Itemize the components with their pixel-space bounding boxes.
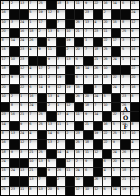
letter-cell-r11c9[interactable]: 26 — [75, 94, 83, 102]
letter-cell-r20c12[interactable]: 3 — [103, 177, 111, 185]
letter-cell-r16c10[interactable]: 18 — [84, 140, 92, 148]
letter-cell-r6c14[interactable]: 5 — [121, 47, 129, 55]
letter-cell-r3c9[interactable]: 26 — [75, 20, 83, 28]
letter-cell-r19c1[interactable]: 15 — [1, 168, 9, 176]
letter-cell-r14c3[interactable]: 9 — [20, 122, 28, 130]
letter-cell-r13c2[interactable]: 16 — [10, 112, 18, 120]
cell-clue-number: 4 — [2, 1, 4, 5]
letter-cell-r10c15[interactable]: 16 — [131, 85, 139, 93]
letter-cell-r17c2[interactable]: 9 — [10, 150, 18, 158]
letter-cell-r2c1[interactable]: 16 — [1, 10, 9, 18]
letter-cell-r1c9[interactable]: 11 — [75, 1, 83, 9]
letter-cell-r11c15[interactable]: 6 — [131, 94, 139, 102]
given-letter: O — [121, 115, 129, 121]
letter-cell-r9c2[interactable]: 9 — [10, 75, 18, 83]
letter-cell-r5c6[interactable]: 6 — [47, 38, 55, 46]
letter-cell-r3c12[interactable]: 20 — [103, 20, 111, 28]
cell-clue-number: 15 — [113, 20, 117, 24]
letter-cell-r8c4[interactable]: 4 — [29, 66, 37, 74]
letter-cell-r5c15[interactable]: 12 — [131, 38, 139, 46]
letter-cell-r9c3[interactable]: 25 — [20, 75, 28, 83]
letter-cell-r10c4[interactable]: 6 — [29, 85, 37, 93]
letter-cell-r17c5[interactable]: 25 — [38, 150, 46, 158]
letter-cell-r10c7[interactable]: 12 — [57, 85, 65, 93]
letter-cell-r3c4[interactable]: 1 — [29, 20, 37, 28]
letter-cell-r3c7[interactable]: 7 — [57, 20, 65, 28]
letter-cell-r18c8[interactable]: 12 — [66, 159, 74, 167]
letter-cell-r15c13[interactable]: 25 — [112, 131, 120, 139]
letter-cell-r6c12[interactable]: 25 — [103, 47, 111, 55]
letter-cell-r9c11[interactable]: 23 — [94, 75, 102, 83]
letter-cell-r11c7[interactable]: 4 — [57, 94, 65, 102]
cell-clue-number: 26 — [76, 20, 80, 24]
letter-cell-r9c15[interactable]: 20 — [131, 75, 139, 83]
letter-cell-r4c14[interactable]: 25 — [121, 29, 129, 37]
letter-cell-r14c8[interactable]: 1 — [66, 122, 74, 130]
letter-cell-r16c13[interactable]: 9 — [112, 140, 120, 148]
letter-cell-r20c14[interactable]: 21 — [121, 177, 129, 185]
letter-cell-r5c2[interactable]: 14 — [10, 38, 18, 46]
letter-cell-r18c4[interactable]: 10 — [29, 159, 37, 167]
letter-cell-r13c1[interactable]: 23 — [1, 112, 9, 120]
letter-cell-r19c13[interactable]: 1 — [112, 168, 120, 176]
letter-cell-r18c15[interactable]: 16 — [131, 159, 139, 167]
letter-cell-r5c10[interactable]: 1 — [84, 38, 92, 46]
cell-clue-number: 18 — [2, 177, 6, 181]
letter-cell-r14c14[interactable]: 19F — [121, 122, 129, 130]
letter-cell-r11c2[interactable]: 2 — [10, 94, 18, 102]
cell-clue-number: 6 — [103, 187, 105, 191]
letter-cell-r9c12[interactable]: 13 — [103, 75, 111, 83]
letter-cell-r13c10[interactable]: 9 — [84, 112, 92, 120]
letter-cell-r2c7[interactable]: 8 — [57, 10, 65, 18]
letter-cell-r10c11[interactable]: 3 — [94, 85, 102, 93]
letter-cell-r11c1[interactable]: 10 — [1, 94, 9, 102]
letter-cell-r8c12[interactable]: 10 — [103, 66, 111, 74]
letter-cell-r14c7[interactable]: 11 — [57, 122, 65, 130]
letter-cell-r1c1[interactable]: 4 — [1, 1, 9, 9]
letter-cell-r5c4[interactable]: 26 — [29, 38, 37, 46]
letter-cell-r21c9[interactable]: 17 — [75, 187, 83, 195]
cell-clue-number: 26 — [122, 150, 126, 154]
letter-cell-r18c5[interactable]: 13 — [38, 159, 46, 167]
letter-cell-r15c3[interactable]: 24 — [20, 131, 28, 139]
letter-cell-r1c12[interactable]: 16 — [103, 1, 111, 9]
letter-cell-r14c12[interactable]: 16 — [103, 122, 111, 130]
letter-cell-r1c11[interactable]: 22 — [94, 1, 102, 9]
letter-cell-r15c9[interactable]: 23 — [75, 131, 83, 139]
letter-cell-r8c9[interactable]: 16 — [75, 66, 83, 74]
letter-cell-r17c10[interactable]: 11 — [84, 150, 92, 158]
letter-cell-r3c10[interactable]: 13 — [84, 20, 92, 28]
letter-cell-r9c10[interactable]: 5 — [84, 75, 92, 83]
letter-cell-r10c9[interactable]: 15 — [75, 85, 83, 93]
letter-cell-r16c15[interactable]: 4 — [131, 140, 139, 148]
letter-cell-r12c10[interactable]: 18 — [84, 103, 92, 111]
letter-cell-r12c2[interactable]: 8 — [10, 103, 18, 111]
letter-cell-r13c4[interactable]: 7 — [29, 112, 37, 120]
letter-cell-r7c13[interactable]: 24 — [112, 57, 120, 65]
letter-cell-r17c9[interactable]: 15 — [75, 150, 83, 158]
letter-cell-r15c12[interactable]: 22 — [103, 131, 111, 139]
letter-cell-r10c14[interactable]: 2 — [121, 85, 129, 93]
letter-cell-r16c6[interactable]: 13 — [47, 140, 55, 148]
letter-cell-r8c1[interactable]: 18 — [1, 66, 9, 74]
letter-cell-r21c10[interactable]: 10 — [84, 187, 92, 195]
cell-clue-number: 21 — [29, 168, 33, 172]
letter-cell-r17c11[interactable]: 12 — [94, 150, 102, 158]
cell-clue-number: 21 — [85, 122, 89, 126]
letter-cell-r20c15[interactable]: 12 — [131, 177, 139, 185]
letter-cell-r19c4[interactable]: 21 — [29, 168, 37, 176]
letter-cell-r17c3[interactable]: 3 — [20, 150, 28, 158]
cell-clue-number: 19 — [39, 10, 43, 14]
letter-cell-r3c15[interactable]: 12 — [131, 20, 139, 28]
cell-clue-number: 26 — [76, 94, 80, 98]
letter-cell-r21c14[interactable]: 19 — [121, 187, 129, 195]
letter-cell-r7c6[interactable]: 9 — [47, 57, 55, 65]
letter-cell-r14c4[interactable]: 6 — [29, 122, 37, 130]
letter-cell-r15c2[interactable]: 13 — [10, 131, 18, 139]
letter-cell-r4c10[interactable]: 7 — [84, 29, 92, 37]
letter-cell-r10c8[interactable]: 19 — [66, 85, 74, 93]
black-cell — [66, 75, 74, 83]
letter-cell-r1c13[interactable]: 14 — [112, 1, 120, 9]
letter-cell-r17c7[interactable]: 14 — [57, 150, 65, 158]
letter-cell-r20c1[interactable]: 18 — [1, 177, 9, 185]
letter-cell-r10c3[interactable]: 22 — [20, 85, 28, 93]
letter-cell-r1c3[interactable]: 13 — [20, 1, 28, 9]
letter-cell-r12c8[interactable]: 12 — [66, 103, 74, 111]
letter-cell-r4c7[interactable]: 5 — [57, 29, 65, 37]
letter-cell-r1c4[interactable]: 7 — [29, 1, 37, 9]
letter-cell-r6c15[interactable]: 16 — [131, 47, 139, 55]
cell-clue-number: 5 — [20, 103, 22, 107]
letter-cell-r15c6[interactable]: 14 — [47, 131, 55, 139]
cell-clue-number: 9 — [20, 122, 22, 126]
letter-cell-r15c7[interactable]: 6 — [57, 131, 65, 139]
letter-cell-r3c2[interactable]: 3 — [10, 20, 18, 28]
letter-cell-r6c9[interactable]: 20 — [75, 47, 83, 55]
black-cell — [57, 38, 65, 46]
letter-cell-r13c3[interactable]: 21 — [20, 112, 28, 120]
letter-cell-r1c2[interactable]: 2 — [10, 1, 18, 9]
black-cell — [112, 10, 120, 18]
letter-cell-r16c12[interactable]: 22 — [103, 140, 111, 148]
letter-cell-r15c15[interactable]: 10 — [131, 131, 139, 139]
letter-cell-r16c3[interactable]: 12 — [20, 140, 28, 148]
black-cell — [121, 140, 129, 148]
letter-cell-r6c11[interactable]: 18 — [94, 47, 102, 55]
letter-cell-r5c3[interactable]: 24 — [20, 38, 28, 46]
black-cell — [38, 140, 46, 148]
letter-cell-r14c10[interactable]: 21 — [84, 122, 92, 130]
cell-clue-number: 10 — [131, 131, 135, 135]
letter-cell-r21c13[interactable]: 14 — [112, 187, 120, 195]
letter-cell-r21c2[interactable]: 23 — [10, 187, 18, 195]
letter-cell-r4c4[interactable]: 18 — [29, 29, 37, 37]
letter-cell-r7c12[interactable]: 26 — [103, 57, 111, 65]
cell-clue-number: 2 — [39, 29, 41, 33]
letter-cell-r19c3[interactable]: 13 — [20, 168, 28, 176]
letter-cell-r13c11[interactable]: 14 — [94, 112, 102, 120]
letter-cell-r15c4[interactable]: 4 — [29, 131, 37, 139]
letter-cell-r17c1[interactable]: 18 — [1, 150, 9, 158]
letter-cell-r16c9[interactable]: 25 — [75, 140, 83, 148]
letter-cell-r5c1[interactable]: 8 — [1, 38, 9, 46]
cell-clue-number: 7 — [57, 57, 59, 61]
letter-cell-r10c6[interactable]: 9 — [47, 85, 55, 93]
cell-clue-number: 9 — [48, 85, 50, 89]
letter-cell-r4c15[interactable]: 9 — [131, 29, 139, 37]
letter-cell-r21c6[interactable]: 20 — [47, 187, 55, 195]
letter-cell-r12c11[interactable]: 7 — [94, 103, 102, 111]
letter-cell-r17c4[interactable]: 21 — [29, 150, 37, 158]
cell-clue-number: 23 — [76, 131, 80, 135]
letter-cell-r1c7[interactable]: 18 — [57, 1, 65, 9]
cell-clue-number: 8 — [122, 20, 124, 24]
letter-cell-r15c14[interactable]: 17 — [121, 131, 129, 139]
letter-cell-r20c7[interactable]: 2 — [57, 177, 65, 185]
letter-cell-r6c8[interactable]: 2 — [66, 47, 74, 55]
letter-cell-r14c13[interactable]: 5 — [112, 122, 120, 130]
letter-cell-r11c3[interactable]: 1 — [20, 94, 28, 102]
letter-cell-r9c5[interactable]: 11 — [38, 75, 46, 83]
letter-cell-r6c10[interactable]: 7 — [84, 47, 92, 55]
letter-cell-r4c12[interactable]: 11 — [103, 29, 111, 37]
letter-cell-r6c3[interactable]: 23 — [20, 47, 28, 55]
letter-cell-r18c13[interactable]: 20 — [112, 159, 120, 167]
letter-cell-r2c4[interactable]: 5 — [29, 10, 37, 18]
letter-cell-r17c14[interactable]: 26 — [121, 150, 129, 158]
letter-cell-r14c15[interactable]: 8 — [131, 122, 139, 130]
letter-cell-r5c14[interactable]: 3 — [121, 38, 129, 46]
letter-cell-r4c9[interactable]: 21 — [75, 29, 83, 37]
letter-cell-r17c8[interactable]: 4 — [66, 150, 74, 158]
letter-cell-r11c11[interactable]: 24 — [94, 94, 102, 102]
letter-cell-r9c7[interactable]: 19 — [57, 75, 65, 83]
letter-cell-r17c15[interactable]: 7 — [131, 150, 139, 158]
letter-cell-r9c6[interactable]: 2 — [47, 75, 55, 83]
cell-clue-number: 4 — [29, 47, 31, 51]
letter-cell-r7c1[interactable]: 17 — [1, 57, 9, 65]
letter-cell-r5c13[interactable]: 17 — [112, 38, 120, 46]
letter-cell-r18c1[interactable]: 24 — [1, 159, 9, 167]
letter-cell-r6c1[interactable]: 15 — [1, 47, 9, 55]
letter-cell-r12c3[interactable]: 5 — [20, 103, 28, 111]
letter-cell-r21c1[interactable]: 25 — [1, 187, 9, 195]
cell-clue-number: 23 — [20, 47, 24, 51]
letter-cell-r1c14[interactable]: 6 — [121, 1, 129, 9]
letter-cell-r21c11[interactable]: 12 — [94, 187, 102, 195]
letter-cell-r8c7[interactable]: 8 — [57, 66, 65, 74]
letter-cell-r9c4[interactable]: 3 — [29, 75, 37, 83]
letter-cell-r10c13[interactable]: 24 — [112, 85, 120, 93]
letter-cell-r21c12[interactable]: 6 — [103, 187, 111, 195]
letter-cell-r13c7[interactable]: 17 — [57, 112, 65, 120]
letter-cell-r11c10[interactable]: 20 — [84, 94, 92, 102]
cell-clue-number: 2 — [131, 187, 133, 191]
letter-cell-r8c11[interactable]: 26 — [94, 66, 102, 74]
letter-cell-r12c12[interactable]: 10 — [103, 103, 111, 111]
letter-cell-r21c4[interactable]: 8 — [29, 187, 37, 195]
cell-clue-number: 11 — [85, 150, 89, 154]
letter-cell-r13c5[interactable]: 25 — [38, 112, 46, 120]
letter-cell-r19c7[interactable]: 26 — [57, 168, 65, 176]
letter-cell-r21c15[interactable]: 2 — [131, 187, 139, 195]
letter-cell-r13c8[interactable]: 4 — [66, 112, 74, 120]
letter-cell-r7c7[interactable]: 7 — [57, 57, 65, 65]
black-cell — [47, 1, 55, 9]
letter-cell-r11c12[interactable]: 5 — [103, 94, 111, 102]
letter-cell-r11c6[interactable]: 13 — [47, 94, 55, 102]
letter-cell-r5c8[interactable]: 19 — [66, 38, 74, 46]
letter-cell-r19c14[interactable]: 18 — [121, 168, 129, 176]
cell-clue-number: 20 — [2, 29, 6, 33]
letter-cell-r2c12[interactable]: 2 — [103, 10, 111, 18]
letter-cell-r13c14[interactable]: 3O — [121, 112, 129, 120]
cell-clue-number: 22 — [20, 85, 24, 89]
letter-cell-r2c15[interactable]: 24 — [131, 10, 139, 18]
letter-cell-r13c13[interactable]: 22 — [112, 112, 120, 120]
letter-cell-r21c3[interactable]: 11 — [20, 187, 28, 195]
letter-cell-r7c8[interactable]: 13 — [66, 57, 74, 65]
letter-cell-r9c13[interactable]: 22 — [112, 75, 120, 83]
letter-cell-r1c5[interactable]: 25 — [38, 1, 46, 9]
letter-cell-r8c6[interactable]: 2 — [47, 66, 55, 74]
letter-cell-r12c4[interactable]: 24 — [29, 103, 37, 111]
cell-clue-number: 13 — [48, 122, 52, 126]
letter-cell-r20c4[interactable]: 13 — [29, 177, 37, 185]
letter-cell-r7c11[interactable]: 21 — [94, 57, 102, 65]
letter-cell-r9c14[interactable]: 7 — [121, 75, 129, 83]
cell-clue-number: 25 — [76, 140, 80, 144]
letter-cell-r6c6[interactable]: 11 — [47, 47, 55, 55]
letter-cell-r19c8[interactable]: 11 — [66, 168, 74, 176]
letter-cell-r3c13[interactable]: 15 — [112, 20, 120, 28]
letter-cell-r19c10[interactable]: 6 — [84, 168, 92, 176]
letter-cell-r8c5[interactable]: 17 — [38, 66, 46, 74]
letter-cell-r15c11[interactable]: 19 — [94, 131, 102, 139]
cell-clue-number: 1 — [113, 168, 115, 172]
letter-cell-r7c14[interactable]: 1 — [121, 57, 129, 65]
letter-cell-r8c10[interactable]: 14 — [84, 66, 92, 74]
letter-cell-r4c3[interactable]: 16 — [20, 29, 28, 37]
letter-cell-r18c6[interactable]: 5 — [47, 159, 55, 167]
letter-cell-r20c11[interactable]: 26 — [94, 177, 102, 185]
letter-cell-r15c1[interactable]: 8 — [1, 131, 9, 139]
letter-cell-r6c4[interactable]: 4 — [29, 47, 37, 55]
letter-cell-r19c15[interactable]: 2 — [131, 168, 139, 176]
cell-clue-number: 11 — [76, 1, 80, 5]
cell-clue-number: 7 — [131, 150, 133, 154]
cell-clue-number: 8 — [29, 187, 31, 191]
cell-clue-number: 10 — [29, 159, 33, 163]
letter-cell-r18c14[interactable]: 4 — [121, 159, 129, 167]
cell-clue-number: 16 — [11, 112, 15, 116]
black-cell — [10, 10, 18, 18]
letter-cell-r16c1[interactable]: 16 — [1, 140, 9, 148]
letter-cell-r21c7[interactable]: 5 — [57, 187, 65, 195]
letter-cell-r3c3[interactable]: 24 — [20, 20, 28, 28]
letter-cell-r9c1[interactable]: 17 — [1, 75, 9, 83]
letter-cell-r11c4[interactable]: 16 — [29, 94, 37, 102]
letter-cell-r8c3[interactable]: 12 — [20, 66, 28, 74]
letter-cell-r14c6[interactable]: 13 — [47, 122, 55, 130]
letter-cell-r3c14[interactable]: 8 — [121, 20, 129, 28]
letter-cell-r20c5[interactable]: 7 — [38, 177, 46, 185]
letter-cell-r7c9[interactable]: 6 — [75, 57, 83, 65]
letter-cell-r11c14[interactable]: 23 — [121, 94, 129, 102]
cell-clue-number: 13 — [48, 94, 52, 98]
letter-cell-r10c1[interactable]: 20 — [1, 85, 9, 93]
cell-clue-number: 24 — [11, 168, 15, 172]
letter-cell-r7c15[interactable]: 14 — [131, 57, 139, 65]
letter-cell-r18c12[interactable]: 6 — [103, 159, 111, 167]
letter-cell-r12c6[interactable]: 2 — [47, 103, 55, 111]
letter-cell-r14c1[interactable]: 14 — [1, 122, 9, 130]
cell-clue-number: 23 — [20, 57, 24, 61]
letter-cell-r2c6[interactable]: 12 — [47, 10, 55, 18]
cell-clue-number: 17 — [113, 38, 117, 42]
letter-cell-r21c5[interactable]: 13 — [38, 187, 46, 195]
letter-cell-r19c2[interactable]: 24 — [10, 168, 18, 176]
cell-clue-number: 16 — [103, 1, 107, 5]
black-cell — [57, 159, 65, 167]
letter-cell-r4c6[interactable]: 13 — [47, 29, 55, 37]
letter-cell-r4c5[interactable]: 2 — [38, 29, 46, 37]
letter-cell-r16c7[interactable]: 2 — [57, 140, 65, 148]
letter-cell-r3c11[interactable]: 4 — [94, 20, 102, 28]
letter-cell-r19c9[interactable]: 24 — [75, 168, 83, 176]
cell-clue-number: 22 — [103, 131, 107, 135]
letter-cell-r7c2[interactable]: 10 — [10, 57, 18, 65]
letter-cell-r8c15[interactable]: 22 — [131, 66, 139, 74]
letter-cell-r13c9[interactable]: 11 — [75, 112, 83, 120]
letter-cell-r10c5[interactable]: 14 — [38, 85, 46, 93]
letter-cell-r19c12[interactable]: 4 — [103, 168, 111, 176]
letter-cell-r14c5[interactable]: 25 — [38, 122, 46, 130]
letter-cell-r15c8[interactable]: 2 — [66, 131, 74, 139]
letter-cell-r1c15[interactable]: 21 — [131, 1, 139, 9]
letter-cell-r4c11[interactable]: 23 — [94, 29, 102, 37]
letter-cell-r18c10[interactable]: 9 — [84, 159, 92, 167]
letter-cell-r2c5[interactable]: 19 — [38, 10, 46, 18]
letter-cell-r2c10[interactable]: 23 — [84, 10, 92, 18]
letter-cell-r12c14[interactable]: 26A — [121, 103, 129, 111]
letter-cell-r9c9[interactable]: 6 — [75, 75, 83, 83]
letter-cell-r3c5[interactable]: 17 — [38, 20, 46, 28]
letter-cell-r18c9[interactable]: 2 — [75, 159, 83, 167]
letter-cell-r5c12[interactable]: 22 — [103, 38, 111, 46]
letter-cell-r4c1[interactable]: 20 — [1, 29, 9, 37]
letter-cell-r6c5[interactable]: 9 — [38, 47, 46, 55]
letter-cell-r19c6[interactable]: 9 — [47, 168, 55, 176]
letter-cell-r12c7[interactable]: 1 — [57, 103, 65, 111]
letter-cell-r7c3[interactable]: 23 — [20, 57, 28, 65]
letter-cell-r20c9[interactable]: 10 — [75, 177, 83, 185]
letter-cell-r17c13[interactable]: 24 — [112, 150, 120, 158]
cell-clue-number: 24 — [113, 57, 117, 61]
letter-cell-r3c1[interactable]: 10 — [1, 20, 9, 28]
cell-clue-number: 16 — [131, 47, 135, 51]
letter-cell-r1c8[interactable]: 3 — [66, 1, 74, 9]
letter-cell-r16c4[interactable]: 7 — [29, 140, 37, 148]
letter-cell-r4c8[interactable]: 10 — [66, 29, 74, 37]
cell-clue-number: 25 — [39, 122, 43, 126]
letter-cell-r1c10[interactable]: 9 — [84, 1, 92, 9]
black-cell — [112, 103, 120, 111]
